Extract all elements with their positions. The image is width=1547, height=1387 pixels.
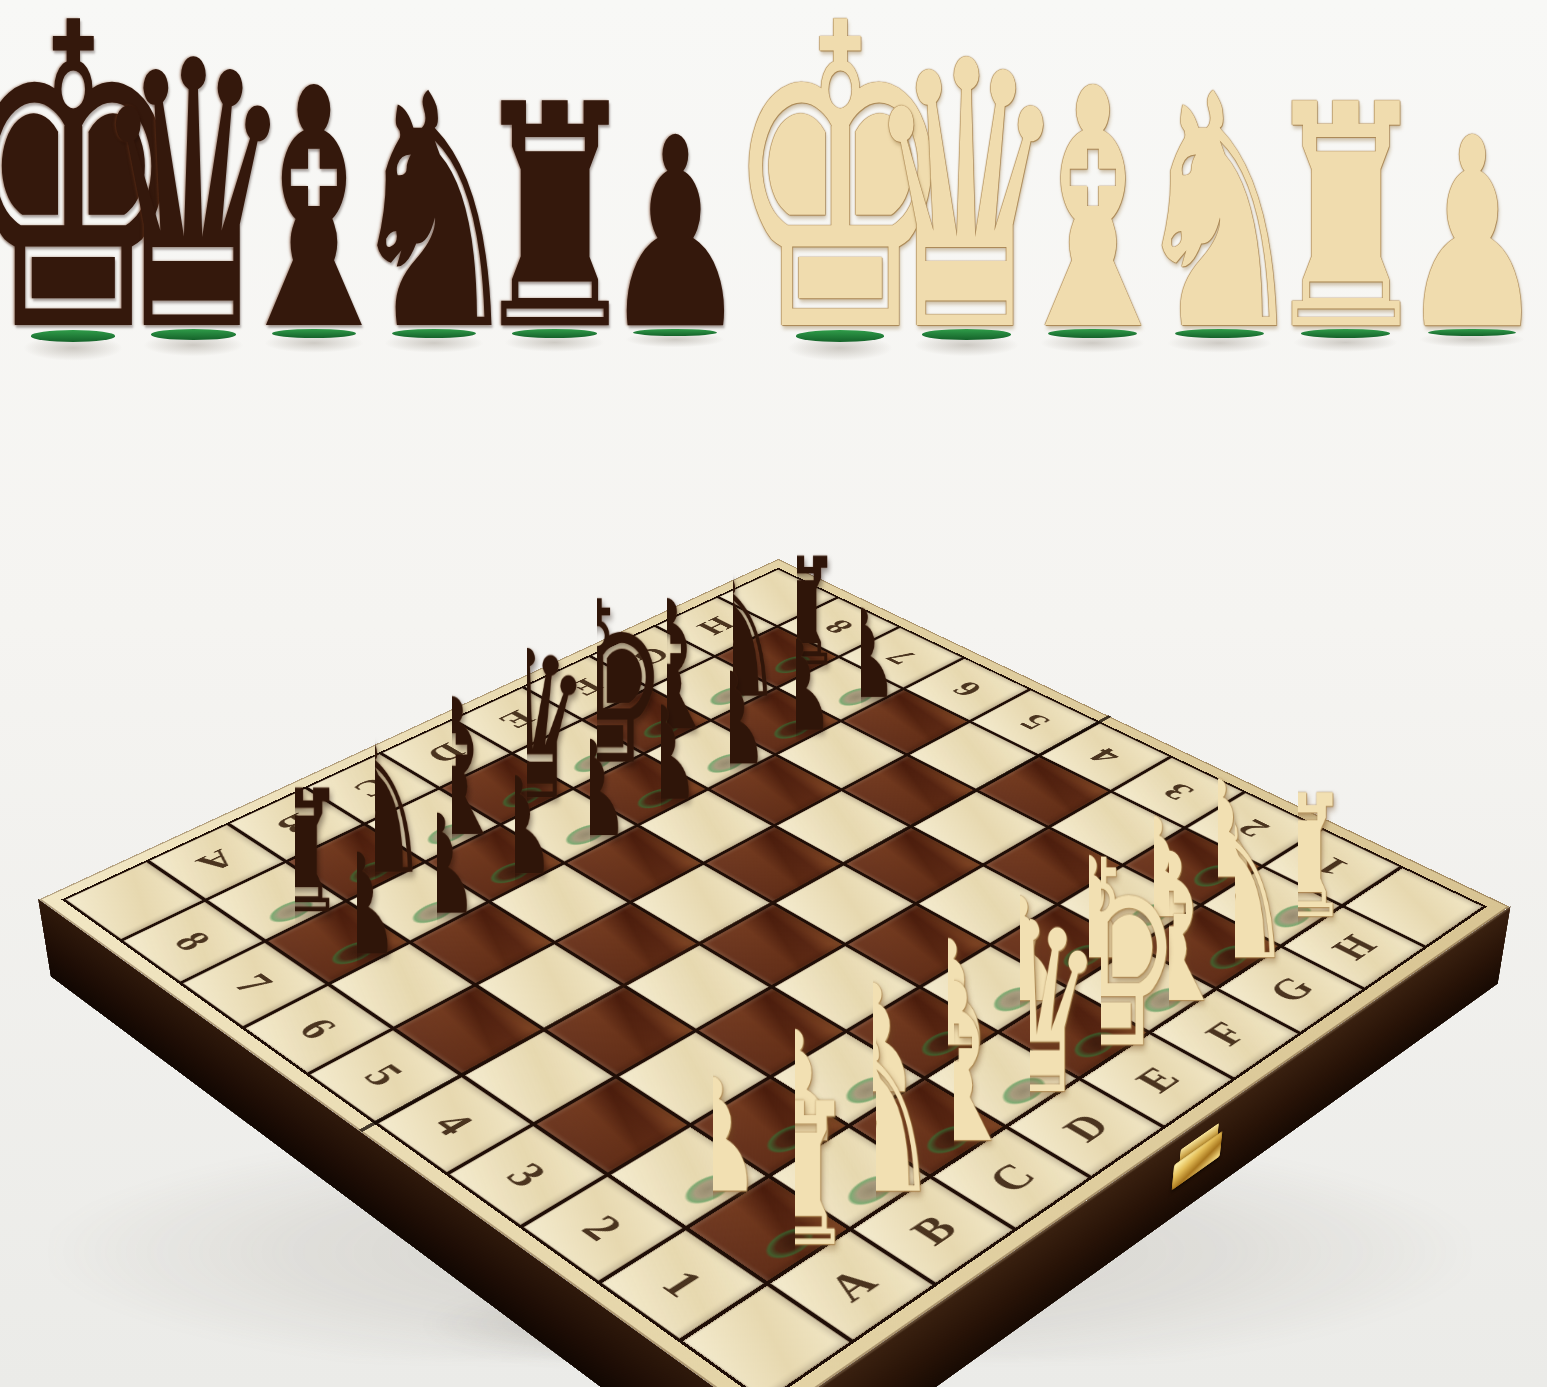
pawn-glyph: ♟ xyxy=(472,760,559,894)
felt-pad xyxy=(922,329,1011,339)
pawn-icon: ♟ xyxy=(1399,104,1545,366)
felt-pad xyxy=(392,329,476,338)
felt-pad xyxy=(1048,329,1137,338)
folding-chess-board: ABCDEFGH8♜♞♝♛♚♝♞♜87♟♟♟♟♟♟♟♟7665544332♟♟♟… xyxy=(39,559,1510,1387)
felt-pad xyxy=(1301,329,1390,338)
felt-pad xyxy=(1175,329,1264,338)
pawn-glyph: ♟ xyxy=(312,835,402,975)
dark-piece-set-row: ♚♛♝♞♜♟ xyxy=(16,0,732,390)
pawn-glyph: ♟ xyxy=(394,797,482,934)
rook-glyph: ♜ xyxy=(731,1078,858,1275)
felt-pad xyxy=(1428,329,1517,336)
board-grid: ABCDEFGH8♜♞♝♛♚♝♞♜87♟♟♟♟♟♟♟♟7665544332♟♟♟… xyxy=(61,568,1486,1387)
light-piece-set-row: ♚♛♝♞♜♟ xyxy=(780,0,1532,390)
brass-clasp xyxy=(1166,1120,1229,1198)
felt-pad xyxy=(272,329,356,338)
display-light-rook: ♜ xyxy=(1286,65,1406,373)
pawn-glyph: ♟ xyxy=(547,724,632,856)
display-dark-rook: ♜ xyxy=(498,65,612,373)
display-dark-pawn: ♟ xyxy=(618,104,732,366)
board-scene: ABCDEFGH8♜♞♝♛♚♝♞♜87♟♟♟♟♟♟♟♟7665544332♟♟♟… xyxy=(253,383,1293,1387)
felt-pad xyxy=(512,329,596,338)
felt-pad xyxy=(633,329,717,336)
display-light-pawn: ♟ xyxy=(1412,104,1532,366)
